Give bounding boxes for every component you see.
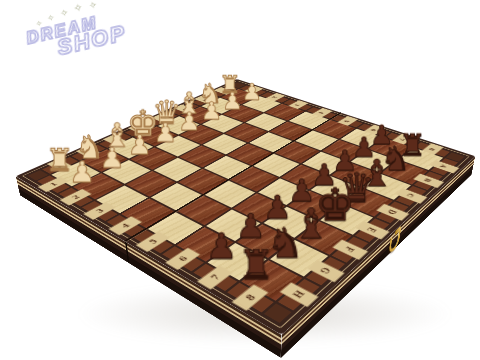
file-label-f-text: F <box>103 135 128 147</box>
square-d5 <box>253 154 299 177</box>
file-label-f: F <box>99 133 132 148</box>
fold-seam-side <box>125 242 129 264</box>
file-label-e: E <box>125 123 156 137</box>
rank-label-7-text: 7 <box>197 265 233 289</box>
star-icon: ✧ <box>46 13 56 24</box>
rank-label-8-text: 8 <box>421 143 444 156</box>
product-photo: ✧✧✧✧✧ DREAM SHOP 12345678A♜♟♟♜AB♞♟♟♞BC♝♟… <box>0 0 480 360</box>
star-icon: ✧ <box>88 0 99 12</box>
rank-label-8-text: 8 <box>232 284 269 310</box>
star-icon: ✧ <box>35 20 44 29</box>
file-label-g: G <box>71 145 105 161</box>
board-grid: 12345678A♜♟♟♜AB♞♟♟♞BC♝♟♟♝CD♛♟♟♛DE♚♟♟♚EF♝… <box>28 82 465 323</box>
file-label-c-text: C <box>395 188 427 204</box>
star-icon: ✧ <box>59 8 70 20</box>
star-icon: ✧ <box>72 2 84 15</box>
file-label-a-text: A <box>430 160 460 173</box>
rank-label-4-text: 4 <box>311 108 333 118</box>
chess-board: 12345678A♜♟♟♜AB♞♟♟♞BC♝♟♟♝CD♛♟♟♛DE♚♟♟♚EF♝… <box>16 79 476 335</box>
